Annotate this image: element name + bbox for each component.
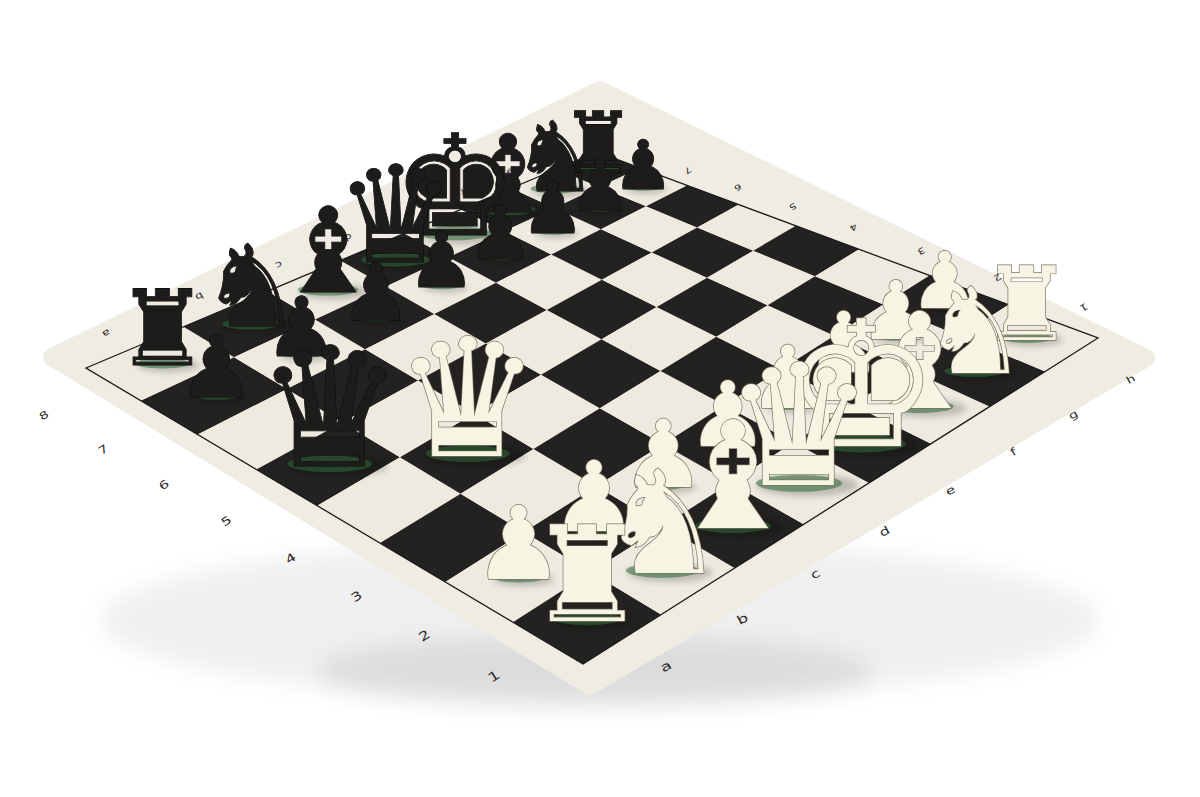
rank-label-near-5: 5 xyxy=(218,513,234,530)
piece-black-q-a5: ♛ xyxy=(255,312,404,505)
piece-black-p-d7: ♟ xyxy=(407,216,476,305)
black-pawn-glyph: ♟ xyxy=(407,216,476,305)
rank-label-near-6: 6 xyxy=(157,477,172,493)
black-pawn-glyph: ♟ xyxy=(178,317,255,417)
piece-black-p-e7: ♟ xyxy=(467,190,534,277)
file-label-near-f: f xyxy=(1008,445,1019,459)
black-queen-glyph: ♛ xyxy=(255,312,404,505)
piece-black-p-a7: ♟ xyxy=(178,317,255,417)
chess-set-product-photo: aabbccddeeffgghh1122334455667788♜♟♞♟♝♟♚♟… xyxy=(0,0,1200,797)
rank-label-far-1: 1 xyxy=(1077,300,1090,313)
board-photo-svg: aabbccddeeffgghh1122334455667788♜♟♞♟♝♟♚♟… xyxy=(0,0,1200,797)
rank-label-near-8: 8 xyxy=(37,408,51,423)
black-pawn-glyph: ♟ xyxy=(467,190,534,277)
white-rook-glyph: ♜ xyxy=(528,498,647,652)
piece-white-r-a1: ♜ xyxy=(528,498,647,652)
rank-label-near-7: 7 xyxy=(96,442,111,457)
white-queen-glyph: ♛ xyxy=(394,303,542,495)
piece-white-q-b4: ♛ xyxy=(394,303,542,495)
